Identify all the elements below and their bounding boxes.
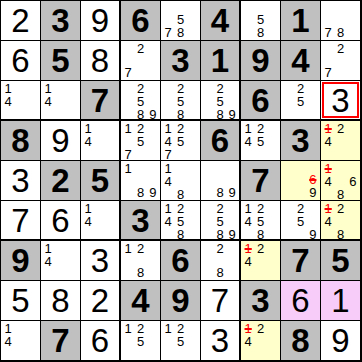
cell-r6c9[interactable]: 1248 [321,201,361,241]
candidate-7: 7 [122,66,134,79]
given-digit: 3 [251,284,269,317]
cell-r1c7[interactable]: 58 [241,1,281,41]
candidate-9: 9 [307,186,319,199]
candidate-grid: 69 [282,162,319,199]
cell-r4c4[interactable]: 1257 [121,121,161,161]
candidate-5: 5 [134,335,146,348]
candidate-grid: 27 [122,42,159,79]
candidate-8: 8 [214,108,226,121]
cell-r5c7[interactable]: 7 [241,161,281,201]
candidate-8: 8 [334,228,346,241]
given-digit: 5 [51,44,69,77]
solved-digit: 6 [51,204,69,237]
candidate-grid: 1245 [242,122,279,159]
given-digit: 3 [131,204,149,237]
candidate-8: 8 [214,228,226,241]
given-digit: 5 [331,244,349,277]
cell-r5c1[interactable]: 3 [1,161,41,201]
solved-digit: 6 [291,284,309,317]
candidate-5: 5 [134,135,146,148]
solved-digit: 7 [211,284,229,317]
given-digit: 3 [171,44,189,77]
cell-r4c7[interactable]: 1245 [241,121,281,161]
cell-r6c3[interactable]: 14 [81,201,121,241]
candidate-2: 2 [334,122,346,135]
candidate-grid: 14 [2,322,39,359]
cell-r8c2[interactable]: 8 [41,281,81,321]
candidate-grid: 12458 [162,202,199,238]
given-digit: 8 [291,324,309,357]
cell-r8c1[interactable]: 5 [1,281,41,321]
cell-r6c4[interactable]: 3 [121,201,161,241]
candidate-2: 2 [134,42,146,55]
solved-digit: 9 [331,324,349,357]
cell-r1c1[interactable]: 2 [1,1,41,41]
candidate-grid: 578 [162,2,199,39]
candidate-4: 4 [242,215,254,228]
candidate-1: 1 [122,322,134,335]
cell-r5c5[interactable]: 148 [161,161,201,201]
solved-digit: 5 [11,284,29,317]
candidate-8: 8 [134,108,146,121]
candidate-grid: 124 [242,242,279,279]
candidate-grid: 125 [162,322,199,359]
candidate-5: 5 [294,215,306,228]
cell-r6c6[interactable]: 2589 [201,201,241,241]
cell-r1c9[interactable]: 78 [321,1,361,41]
solved-digit: 3 [211,324,229,357]
candidate-7: 7 [122,148,134,161]
given-digit: 9 [251,44,269,77]
solved-digit: 7 [11,204,29,237]
candidate-grid: 2589 [202,202,238,238]
candidate-9: 9 [226,228,238,241]
cell-r3c5[interactable]: 258 [161,81,201,121]
candidate-grid: 258 [162,82,199,118]
candidate-1: 1 [122,122,134,135]
candidate-5: 5 [174,135,186,148]
given-digit: 5 [91,164,109,197]
cell-r7c8[interactable]: 7 [281,241,321,281]
cell-r7c9[interactable]: 5 [321,241,361,281]
cell-r5c4[interactable]: 189 [121,161,161,201]
candidate-2: 2 [214,242,226,255]
cell-r3c7[interactable]: 6 [241,81,281,121]
candidate-4: 4 [322,135,334,148]
candidate-1: 1 [122,242,134,255]
candidate-2: 2 [254,242,266,255]
candidate-8: 8 [174,108,186,121]
cell-r5c8[interactable]: 69 [281,161,321,201]
given-digit: 7 [251,164,269,197]
candidate-4: 4 [82,135,94,148]
candidate-5: 5 [294,95,306,108]
candidate-grid: 2589 [202,82,238,118]
cell-r5c9[interactable]: 1468 [321,161,361,201]
cell-r9c1[interactable]: 14 [1,321,41,361]
candidate-2: 2 [334,42,346,55]
solved-digit: 8 [51,284,69,317]
given-digit: 4 [211,4,229,37]
candidate-8: 8 [174,188,186,201]
cell-r8c4[interactable]: 4 [121,281,161,321]
candidate-9: 9 [307,228,319,241]
candidate-8: 8 [134,186,146,199]
candidate-4: 4 [2,95,14,108]
cell-r6c8[interactable]: 259 [281,201,321,241]
cell-r3c3[interactable]: 7 [81,81,121,121]
cell-r1c6[interactable]: 4 [201,1,241,41]
candidate-2: 2 [134,242,146,255]
cell-r8c5[interactable]: 9 [161,281,201,321]
given-digit: 6 [131,4,149,37]
candidate-8: 8 [254,26,266,39]
cell-r5c6[interactable]: 89 [201,161,241,201]
solved-digit: 6 [91,324,109,357]
cell-r6c2[interactable]: 6 [41,201,81,241]
cell-r7c6[interactable]: 28 [201,241,241,281]
candidate-7: 7 [322,26,334,39]
cell-r2c7[interactable]: 9 [241,41,281,81]
given-digit: 9 [11,244,29,277]
given-digit: 2 [51,164,69,197]
solved-digit: 1 [331,284,349,317]
candidate-grid: 14 [82,202,118,238]
cell-r9c5[interactable]: 125 [161,321,201,361]
given-digit: 1 [211,44,229,77]
candidate-8: 8 [334,188,346,201]
given-digit: 9 [171,284,189,317]
cell-r6c5[interactable]: 12458 [161,201,201,241]
candidate-9: 9 [147,108,159,121]
candidate-grid: 27 [322,42,359,79]
given-digit: 7 [51,324,69,357]
candidate-grid: 12458 [242,202,279,238]
cell-r9c8[interactable]: 8 [281,321,321,361]
candidate-grid: 124 [322,122,359,159]
cell-r7c1[interactable]: 9 [1,241,41,281]
candidate-8: 8 [254,228,266,241]
candidate-4: 4 [162,215,174,228]
cell-r3c9[interactable]: 3 [321,81,361,121]
candidate-grid: 25 [282,82,319,118]
candidate-grid: 14 [42,242,79,279]
cell-r2c1[interactable]: 6 [1,41,41,81]
given-digit: 4 [131,284,149,317]
candidate-grid: 12457 [162,122,199,159]
cell-r7c4[interactable]: 128 [121,241,161,281]
cell-r3c1[interactable]: 14 [1,81,41,121]
cell-r3c2[interactable]: 14 [41,81,81,121]
cell-r1c2[interactable]: 3 [41,1,81,41]
cell-r4c9[interactable]: 124 [321,121,361,161]
candidate-grid: 14 [82,122,118,159]
cell-r2c3[interactable]: 8 [81,41,121,81]
candidate-8: 8 [214,266,226,279]
candidate-grid: 89 [202,162,238,199]
candidate-5: 5 [174,335,186,348]
cell-r1c4[interactable]: 6 [121,1,161,41]
candidate-7: 7 [322,66,334,79]
cell-r1c3[interactable]: 9 [81,1,121,41]
cell-r1c8[interactable]: 1 [281,1,321,41]
given-digit: 6 [211,124,229,157]
candidate-grid: 189 [122,162,159,199]
cell-r9c3[interactable]: 6 [81,321,121,361]
cell-r2c5[interactable]: 3 [161,41,201,81]
solved-digit: 3 [331,84,349,117]
candidate-grid: 14 [2,82,39,118]
given-digit: 6 [251,84,269,117]
cell-r2c9[interactable]: 27 [321,41,361,81]
candidate-8: 8 [174,26,186,39]
candidate-9: 9 [226,186,238,199]
cell-r8c9[interactable]: 1 [321,281,361,321]
candidate-8: 8 [174,228,186,241]
cell-r9c4[interactable]: 125 [121,321,161,361]
candidate-5: 5 [254,135,266,148]
given-digit: 1 [291,4,309,37]
candidate-8: 8 [134,266,146,279]
candidate-grid: 259 [282,202,319,238]
solved-digit: 3 [91,244,109,277]
candidate-6: 6 [347,175,359,188]
cell-r8c8[interactable]: 6 [281,281,321,321]
candidate-7: 7 [162,26,174,39]
cell-r2c6[interactable]: 1 [201,41,241,81]
cell-r4c2[interactable]: 9 [41,121,81,161]
candidate-8: 8 [214,186,226,199]
cell-r4c6[interactable]: 6 [201,121,241,161]
cell-r4c1[interactable]: 8 [1,121,41,161]
given-digit: 7 [91,84,109,117]
candidate-grid: 124 [242,322,279,359]
cell-r7c7[interactable]: 124 [241,241,281,281]
candidate-grid: 2589 [122,82,159,118]
candidate-4: 4 [322,215,334,228]
given-digit: 3 [291,124,309,157]
candidate-7: 7 [162,148,174,161]
candidate-4: 4 [162,175,174,188]
candidate-2: 2 [334,202,346,215]
candidate-grid: 128 [122,242,159,279]
cell-r9c9[interactable]: 9 [321,321,361,361]
cell-r8c7[interactable]: 3 [241,281,281,321]
candidate-grid: 14 [42,82,79,118]
cell-r4c8[interactable]: 3 [281,121,321,161]
candidate-1: 1 [162,322,174,335]
cell-r3c8[interactable]: 25 [281,81,321,121]
given-digit: 7 [291,244,309,277]
candidate-grid: 1468 [322,162,359,199]
candidate-9: 9 [226,108,238,121]
cell-r4c5[interactable]: 12457 [161,121,201,161]
solved-digit: 3 [11,164,29,197]
candidate-4: 4 [82,215,94,228]
solved-digit: 9 [91,4,109,37]
cell-r3c6[interactable]: 2589 [201,81,241,121]
cell-r5c2[interactable]: 2 [41,161,81,201]
cell-r6c1[interactable]: 7 [1,201,41,241]
cell-r4c3[interactable]: 14 [81,121,121,161]
candidate-4: 4 [42,255,54,268]
candidate-grid: 125 [122,322,159,359]
given-digit: 8 [11,124,29,157]
cell-r2c8[interactable]: 4 [281,41,321,81]
solved-digit: 2 [11,4,29,37]
candidate-4: 4 [242,335,254,348]
solved-digit: 6 [11,44,29,77]
candidate-grid: 1257 [122,122,159,159]
cell-r1c5[interactable]: 578 [161,1,201,41]
cell-r9c6[interactable]: 3 [201,321,241,361]
cell-r8c6[interactable]: 7 [201,281,241,321]
candidate-grid: 1248 [322,202,359,238]
candidate-4: 4 [242,135,254,148]
cell-r8c3[interactable]: 2 [81,281,121,321]
candidate-2: 2 [254,322,266,335]
candidate-4: 4 [322,175,334,188]
solved-digit: 8 [91,44,109,77]
cell-r7c5[interactable]: 6 [161,241,201,281]
candidate-grid: 148 [162,162,199,199]
solved-digit: 2 [91,284,109,317]
cell-r2c4[interactable]: 27 [121,41,161,81]
sudoku-board: 2396578458178658273194271414725892582589… [0,0,362,362]
candidate-4: 4 [2,335,14,348]
given-digit: 3 [51,4,69,37]
candidate-grid: 28 [202,242,238,279]
candidate-grid: 58 [242,2,279,39]
cell-r5c3[interactable]: 5 [81,161,121,201]
cell-r9c7[interactable]: 124 [241,321,281,361]
cell-r9c2[interactable]: 7 [41,321,81,361]
candidate-grid: 78 [322,2,359,39]
given-digit: 4 [291,44,309,77]
solved-digit: 9 [51,124,69,157]
cell-r6c7[interactable]: 12458 [241,201,281,241]
candidate-4: 4 [42,95,54,108]
cell-r7c2[interactable]: 14 [41,241,81,281]
cell-r7c3[interactable]: 3 [81,241,121,281]
cell-r3c4[interactable]: 2589 [121,81,161,121]
cell-r2c2[interactable]: 5 [41,41,81,81]
candidate-4: 4 [242,255,254,268]
candidate-9: 9 [147,186,159,199]
given-digit: 6 [171,244,189,277]
candidate-8: 8 [334,26,346,39]
candidate-1: 1 [122,162,134,175]
